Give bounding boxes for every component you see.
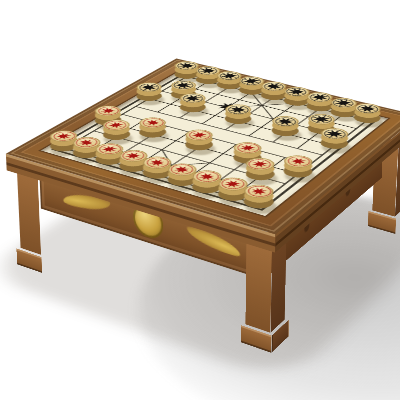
piece-black-soldier[interactable]	[175, 103, 210, 117]
render-scene	[0, 0, 400, 400]
piece-black-soldier[interactable]	[267, 126, 302, 141]
piece-character-glyph	[221, 179, 244, 189]
piece-character-glyph	[355, 104, 380, 114]
piece-character-glyph	[75, 138, 97, 147]
piece-character-glyph	[98, 107, 119, 115]
piece-character-glyph	[247, 186, 270, 197]
piece-character-glyph	[272, 116, 298, 127]
piece-character-glyph	[122, 151, 144, 160]
piece-character-glyph	[171, 81, 196, 90]
piece-character-glyph	[98, 145, 120, 154]
piece-character-glyph	[146, 158, 168, 168]
piece-character-glyph	[284, 87, 309, 97]
piece-character-glyph	[249, 159, 271, 169]
piece-character-glyph	[53, 132, 75, 141]
piece-character-glyph	[307, 92, 332, 102]
piece-character-glyph	[237, 143, 259, 152]
piece-character-glyph	[287, 157, 309, 167]
piece-character-glyph	[225, 105, 251, 115]
front-leg-front-face	[245, 239, 272, 333]
piece-character-glyph	[321, 128, 347, 139]
piece-character-glyph	[105, 121, 126, 130]
piece-character-glyph	[239, 76, 263, 85]
piece-character-glyph	[189, 131, 210, 140]
piece-character-glyph	[170, 165, 192, 175]
piece-character-glyph	[142, 118, 163, 126]
piece-character-glyph	[331, 98, 356, 108]
piece-character-glyph	[261, 82, 285, 92]
piece-character-glyph	[196, 172, 219, 182]
perspective-wrapper	[0, 0, 400, 400]
piece-red-chariot[interactable]	[239, 195, 279, 214]
piece-character-glyph	[180, 93, 205, 103]
left-leg-front-face	[17, 170, 41, 255]
piece-black-soldier[interactable]	[220, 114, 255, 128]
piece-character-glyph	[308, 114, 334, 125]
